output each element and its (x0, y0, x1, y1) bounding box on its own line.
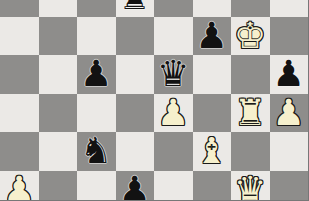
square-h6[interactable]: ♟ (270, 55, 309, 94)
square-h5[interactable]: ♟ (270, 94, 309, 133)
square-a6[interactable] (0, 55, 39, 94)
square-a4[interactable] (0, 132, 39, 171)
square-g3[interactable]: ♛ (231, 171, 270, 201)
square-g4[interactable] (231, 132, 270, 171)
square-g7[interactable]: ♚ (231, 17, 270, 56)
square-h7[interactable] (270, 17, 309, 56)
square-e5[interactable]: ♟ (154, 94, 193, 133)
white-king-g7: ♚ (234, 17, 266, 56)
square-f4[interactable]: ♝ (193, 132, 232, 171)
square-d3[interactable]: ♟ (116, 171, 155, 201)
square-e4[interactable] (154, 132, 193, 171)
square-c5[interactable] (77, 94, 116, 133)
black-rook-d8: ♜ (119, 0, 151, 17)
square-d6[interactable] (116, 55, 155, 94)
square-c6[interactable]: ♟ (77, 55, 116, 94)
black-pawn-f7: ♟ (196, 17, 228, 56)
square-c3[interactable] (77, 171, 116, 201)
white-bishop-f4: ♝ (196, 132, 228, 171)
square-e8[interactable] (154, 0, 193, 17)
chess-board: ♜♟♚♟♛♟♟♜♟♞♝♟♟♛ (0, 0, 308, 200)
chessboard-screenshot: ♜♟♚♟♛♟♟♜♟♞♝♟♟♛ (0, 0, 308, 200)
square-g5[interactable]: ♜ (231, 94, 270, 133)
white-queen-g3: ♛ (234, 171, 266, 201)
black-pawn-d3: ♟ (119, 171, 151, 201)
square-f6[interactable] (193, 55, 232, 94)
black-knight-c4: ♞ (80, 132, 112, 171)
square-f8[interactable] (193, 0, 232, 17)
white-rook-g5: ♜ (234, 94, 266, 133)
square-h3[interactable] (270, 171, 309, 201)
square-d8[interactable]: ♜ (116, 0, 155, 17)
square-f3[interactable] (193, 171, 232, 201)
square-d4[interactable] (116, 132, 155, 171)
square-f7[interactable]: ♟ (193, 17, 232, 56)
square-b3[interactable] (39, 171, 78, 201)
white-pawn-h5: ♟ (273, 94, 305, 133)
square-c7[interactable] (77, 17, 116, 56)
square-a3[interactable]: ♟ (0, 171, 39, 201)
square-h4[interactable] (270, 132, 309, 171)
square-c8[interactable] (77, 0, 116, 17)
square-d5[interactable] (116, 94, 155, 133)
square-g6[interactable] (231, 55, 270, 94)
black-queen-e6: ♛ (157, 55, 189, 94)
square-h8[interactable] (270, 0, 309, 17)
square-f5[interactable] (193, 94, 232, 133)
square-c4[interactable]: ♞ (77, 132, 116, 171)
square-g8[interactable] (231, 0, 270, 17)
square-a5[interactable] (0, 94, 39, 133)
black-pawn-h6: ♟ (273, 55, 305, 94)
square-d7[interactable] (116, 17, 155, 56)
square-e6[interactable]: ♛ (154, 55, 193, 94)
square-b8[interactable] (39, 0, 78, 17)
white-pawn-a3: ♟ (3, 171, 35, 201)
square-b5[interactable] (39, 94, 78, 133)
square-b6[interactable] (39, 55, 78, 94)
square-a8[interactable] (0, 0, 39, 17)
black-pawn-c6: ♟ (80, 55, 112, 94)
square-e7[interactable] (154, 17, 193, 56)
square-b7[interactable] (39, 17, 78, 56)
square-e3[interactable] (154, 171, 193, 201)
square-a7[interactable] (0, 17, 39, 56)
square-b4[interactable] (39, 132, 78, 171)
white-pawn-e5: ♟ (157, 94, 189, 133)
